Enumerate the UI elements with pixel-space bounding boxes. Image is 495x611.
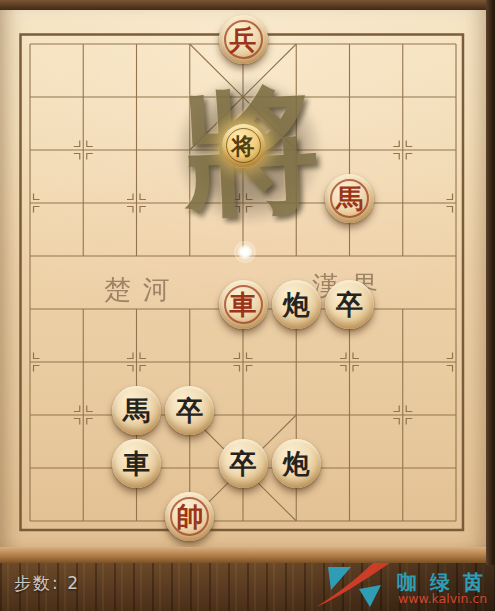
piece-glyph: 馬 [123,397,150,424]
piece-ring [224,285,263,324]
piece-glyph: 車 [123,450,150,477]
xiangqi-app: 楚河 漢界 將 兵将馬車炮卒馬卒車卒炮帥 步数: 2 咖绿茵 www.kalvi… [0,0,495,611]
piece-glyph: 炮 [283,450,310,477]
table-wood-right [486,0,495,565]
piece-glyph: 卒 [176,397,203,424]
sparkle-effect [234,241,256,263]
piece-black-soldier[interactable]: 卒 [325,280,374,329]
piece-black-soldier[interactable]: 卒 [165,386,214,435]
piece-black-cannon[interactable]: 炮 [272,280,321,329]
kalvin-logo-icon [314,557,396,609]
piece-glyph: 卒 [230,450,257,477]
piece-black-soldier[interactable]: 卒 [219,439,268,488]
piece-black-cannon[interactable]: 炮 [272,439,321,488]
piece-ring [226,128,261,163]
piece-ring [170,497,209,536]
brand-url: www.kalvin.cn [398,591,487,606]
piece-ring [330,179,369,218]
move-counter-value: 2 [67,573,80,593]
river-label-chu-he: 楚河 [104,272,182,308]
piece-red-chariot[interactable]: 車 [219,280,268,329]
piece-glyph: 炮 [283,291,310,318]
piece-black-horse[interactable]: 馬 [112,386,161,435]
move-counter: 步数: 2 [14,572,80,595]
piece-black-chariot[interactable]: 車 [112,439,161,488]
move-counter-label: 步数: [14,573,60,593]
piece-red-general[interactable]: 帥 [165,492,214,541]
piece-ring [224,20,263,59]
piece-black-general-in-check[interactable]: 将 [222,124,265,167]
piece-glyph: 卒 [336,291,363,318]
piece-red-horse[interactable]: 馬 [325,174,374,223]
piece-red-soldier[interactable]: 兵 [219,15,268,64]
board-edge-bevel [0,547,486,563]
